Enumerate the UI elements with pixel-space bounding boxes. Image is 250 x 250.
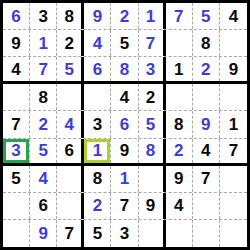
cell-r7c2[interactable]: 4 [30,166,57,192]
cell-r2c3[interactable]: 2 [57,30,84,56]
cell-r7c6[interactable] [139,166,166,192]
cell-r2c2[interactable]: 1 [30,30,57,56]
cell-r3c8[interactable]: 2 [193,57,220,81]
cell-r7c8[interactable]: 7 [193,166,220,192]
cell-r1c2[interactable]: 3 [30,3,57,29]
cell-r6c7[interactable]: 2 [166,139,193,163]
cell-r3c3[interactable]: 5 [57,57,84,81]
cell-r5c5[interactable]: 6 [111,111,138,137]
cell-r7c9[interactable] [220,166,247,192]
cell-r6c8[interactable]: 4 [193,139,220,163]
cell-r5c6[interactable]: 5 [139,111,166,137]
cell-r5c1[interactable]: 7 [3,111,30,137]
cell-r2c8[interactable]: 8 [193,30,220,56]
cell-r4c4[interactable] [84,84,111,110]
board-row-5: 7 2 4 3 6 5 8 9 1 [3,111,247,138]
cell-r4c3[interactable] [57,84,84,110]
cell-r5c3[interactable]: 4 [57,111,84,137]
cell-r2c6[interactable]: 7 [139,30,166,56]
cell-r7c5[interactable]: 1 [111,166,138,192]
cell-r6c9[interactable]: 7 [220,139,247,163]
cell-r1c6[interactable]: 1 [139,3,166,29]
cell-r4c1[interactable] [3,84,30,110]
cell-r5c8[interactable]: 9 [193,111,220,137]
board-row-8: 6 2 7 9 4 [3,193,247,220]
cell-r2c4[interactable]: 4 [84,30,111,56]
cell-r9c2[interactable]: 9 [30,220,57,247]
cell-r1c4[interactable]: 9 [84,3,111,29]
cell-r7c3[interactable] [57,166,84,192]
cell-r4c8[interactable] [193,84,220,110]
cell-r6c2[interactable]: 5 [30,139,57,163]
board-row-3: 4 7 5 6 8 3 1 2 9 [3,57,247,84]
cell-r2c5[interactable]: 5 [111,30,138,56]
board-row-2: 9 1 2 4 5 7 8 [3,30,247,57]
cell-r2c1[interactable]: 9 [3,30,30,56]
cell-r7c7[interactable]: 9 [166,166,193,192]
cell-r6c1-highlighted-green[interactable]: 3 [3,139,30,163]
cell-r6c5[interactable]: 9 [111,139,138,163]
cell-r7c4[interactable]: 8 [84,166,111,192]
cell-r9c4[interactable]: 5 [84,220,111,247]
cell-r3c1[interactable]: 4 [3,57,30,81]
cell-r5c9[interactable]: 1 [220,111,247,137]
cell-r4c2[interactable]: 8 [30,84,57,110]
board-row-7: 5 4 8 1 9 7 [3,166,247,193]
cell-r9c6[interactable] [139,220,166,247]
board-row-1: 6 3 8 9 2 1 7 5 4 [3,3,247,30]
cell-r8c7[interactable]: 4 [166,193,193,219]
cell-r5c7[interactable]: 8 [166,111,193,137]
cell-r1c7[interactable]: 7 [166,3,193,29]
cell-r6c4-highlighted-lime[interactable]: 1 [84,139,111,163]
board-row-4: 8 4 2 [3,84,247,111]
cell-r2c7[interactable] [166,30,193,56]
cell-r8c3[interactable] [57,193,84,219]
cell-r1c5[interactable]: 2 [111,3,138,29]
cell-r1c8[interactable]: 5 [193,3,220,29]
cell-r8c2[interactable]: 6 [30,193,57,219]
cell-r9c5[interactable]: 3 [111,220,138,247]
cell-r5c2[interactable]: 2 [30,111,57,137]
cell-r8c4[interactable]: 2 [84,193,111,219]
sudoku-board: 6 3 8 9 2 1 7 5 4 9 1 2 4 5 7 8 4 7 5 6 … [0,0,250,250]
cell-r9c7[interactable] [166,220,193,247]
cell-r6c6[interactable]: 8 [139,139,166,163]
cell-r3c7[interactable]: 1 [166,57,193,81]
cell-r3c6[interactable]: 3 [139,57,166,81]
cell-r4c7[interactable] [166,84,193,110]
cell-r7c1[interactable]: 5 [3,166,30,192]
cell-r8c1[interactable] [3,193,30,219]
cell-r5c4[interactable]: 3 [84,111,111,137]
cell-r3c2[interactable]: 7 [30,57,57,81]
cell-r3c5[interactable]: 8 [111,57,138,81]
board-row-9: 9 7 5 3 [3,220,247,247]
cell-r4c6[interactable]: 2 [139,84,166,110]
board-row-6: 3 5 6 1 9 8 2 4 7 [3,139,247,166]
cell-r1c1[interactable]: 6 [3,3,30,29]
cell-r8c9[interactable] [220,193,247,219]
cell-r3c9[interactable]: 9 [220,57,247,81]
cell-r3c4[interactable]: 6 [84,57,111,81]
cell-r9c1[interactable] [3,220,30,247]
cell-r4c5[interactable]: 4 [111,84,138,110]
cell-r8c8[interactable] [193,193,220,219]
cell-r2c9[interactable] [220,30,247,56]
cell-r6c3[interactable]: 6 [57,139,84,163]
cell-r9c9[interactable] [220,220,247,247]
cell-r8c6[interactable]: 9 [139,193,166,219]
cell-r9c8[interactable] [193,220,220,247]
cell-r4c9[interactable] [220,84,247,110]
cell-r9c3[interactable]: 7 [57,220,84,247]
cell-r8c5[interactable]: 7 [111,193,138,219]
cell-r1c3[interactable]: 8 [57,3,84,29]
cell-r1c9[interactable]: 4 [220,3,247,29]
